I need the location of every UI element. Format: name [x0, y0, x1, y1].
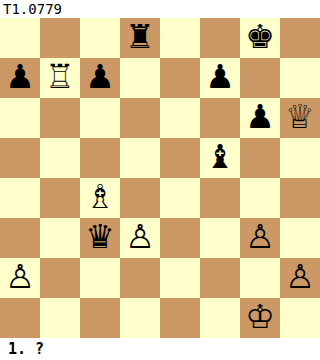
square-e7[interactable]: [160, 58, 200, 98]
puzzle-title: T1.0779: [0, 0, 320, 18]
square-c1[interactable]: [80, 298, 120, 338]
black-queen-piece: ♛: [85, 217, 115, 257]
square-a3[interactable]: [0, 218, 40, 258]
square-f8[interactable]: [200, 18, 240, 58]
square-b7[interactable]: ♖: [40, 58, 80, 98]
square-h7[interactable]: [280, 58, 320, 98]
white-pawn-piece: ♙: [5, 257, 35, 297]
square-e6[interactable]: [160, 98, 200, 138]
square-a2[interactable]: ♙: [0, 258, 40, 298]
square-f3[interactable]: [200, 218, 240, 258]
move-prompt: 1. ?: [0, 338, 320, 360]
square-b3[interactable]: [40, 218, 80, 258]
square-e3[interactable]: [160, 218, 200, 258]
white-rook-piece: ♖: [45, 57, 75, 97]
square-a6[interactable]: [0, 98, 40, 138]
square-c4[interactable]: ♗: [80, 178, 120, 218]
square-e1[interactable]: [160, 298, 200, 338]
square-b8[interactable]: [40, 18, 80, 58]
square-d5[interactable]: [120, 138, 160, 178]
square-d1[interactable]: [120, 298, 160, 338]
white-bishop-piece: ♗: [85, 177, 115, 217]
black-pawn-piece: ♟: [245, 97, 275, 137]
square-d8[interactable]: ♜: [120, 18, 160, 58]
square-b4[interactable]: [40, 178, 80, 218]
square-h5[interactable]: [280, 138, 320, 178]
square-h4[interactable]: [280, 178, 320, 218]
square-h1[interactable]: [280, 298, 320, 338]
black-bishop-piece: ♝: [205, 137, 235, 177]
square-a1[interactable]: [0, 298, 40, 338]
square-e2[interactable]: [160, 258, 200, 298]
square-d6[interactable]: [120, 98, 160, 138]
square-a4[interactable]: [0, 178, 40, 218]
square-e4[interactable]: [160, 178, 200, 218]
white-pawn-piece: ♙: [245, 217, 275, 257]
white-queen-piece: ♕: [285, 97, 315, 137]
square-g5[interactable]: [240, 138, 280, 178]
square-g1[interactable]: ♔: [240, 298, 280, 338]
square-f5[interactable]: ♝: [200, 138, 240, 178]
square-f1[interactable]: [200, 298, 240, 338]
square-b5[interactable]: [40, 138, 80, 178]
square-c6[interactable]: [80, 98, 120, 138]
square-g8[interactable]: ♚: [240, 18, 280, 58]
square-d3[interactable]: ♙: [120, 218, 160, 258]
black-pawn-piece: ♟: [85, 57, 115, 97]
square-a7[interactable]: ♟: [0, 58, 40, 98]
square-b2[interactable]: [40, 258, 80, 298]
square-h6[interactable]: ♕: [280, 98, 320, 138]
black-king-piece: ♚: [245, 17, 275, 57]
square-f2[interactable]: [200, 258, 240, 298]
white-king-piece: ♔: [245, 297, 275, 337]
square-e5[interactable]: [160, 138, 200, 178]
square-g2[interactable]: [240, 258, 280, 298]
square-c8[interactable]: [80, 18, 120, 58]
square-g3[interactable]: ♙: [240, 218, 280, 258]
square-f4[interactable]: [200, 178, 240, 218]
square-d4[interactable]: [120, 178, 160, 218]
white-pawn-piece: ♙: [285, 257, 315, 297]
square-f6[interactable]: [200, 98, 240, 138]
square-f7[interactable]: ♟: [200, 58, 240, 98]
square-c7[interactable]: ♟: [80, 58, 120, 98]
square-b1[interactable]: [40, 298, 80, 338]
square-c3[interactable]: ♛: [80, 218, 120, 258]
black-pawn-piece: ♟: [5, 57, 35, 97]
black-pawn-piece: ♟: [205, 57, 235, 97]
square-b6[interactable]: [40, 98, 80, 138]
square-d7[interactable]: [120, 58, 160, 98]
square-g7[interactable]: [240, 58, 280, 98]
square-a5[interactable]: [0, 138, 40, 178]
square-d2[interactable]: [120, 258, 160, 298]
square-h8[interactable]: [280, 18, 320, 58]
black-rook-piece: ♜: [125, 17, 155, 57]
chess-diagram: T1.0779 ♜♚♟♖♟♟♟♕♝♗♛♙♙♙♙♔ 1. ?: [0, 0, 320, 360]
square-c2[interactable]: [80, 258, 120, 298]
square-c5[interactable]: [80, 138, 120, 178]
square-g4[interactable]: [240, 178, 280, 218]
square-g6[interactable]: ♟: [240, 98, 280, 138]
square-h3[interactable]: [280, 218, 320, 258]
square-e8[interactable]: [160, 18, 200, 58]
white-pawn-piece: ♙: [125, 217, 155, 257]
chess-board: ♜♚♟♖♟♟♟♕♝♗♛♙♙♙♙♔: [0, 18, 320, 338]
square-a8[interactable]: [0, 18, 40, 58]
square-h2[interactable]: ♙: [280, 258, 320, 298]
